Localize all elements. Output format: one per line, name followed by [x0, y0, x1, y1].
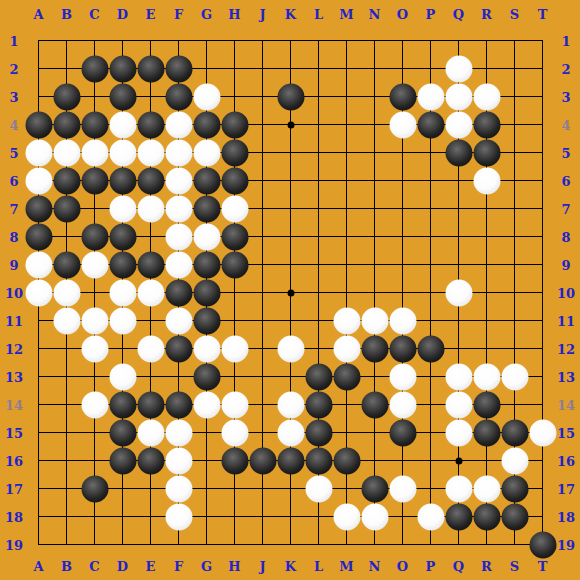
row-label-right-10: 10: [557, 285, 575, 300]
black-stone-R5[interactable]: [473, 139, 500, 166]
white-stone-K14[interactable]: [277, 391, 304, 418]
row-label-left-5: 5: [9, 145, 18, 160]
row-label-right-11: 11: [557, 313, 575, 328]
white-stone-Q15[interactable]: [445, 419, 472, 446]
black-stone-C6[interactable]: [81, 167, 108, 194]
col-label-bottom-E: E: [146, 559, 156, 574]
black-stone-L16[interactable]: [305, 447, 332, 474]
col-label-top-D: D: [117, 7, 128, 22]
black-stone-J16[interactable]: [249, 447, 276, 474]
row-label-left-7: 7: [9, 201, 18, 216]
black-stone-C2[interactable]: [81, 55, 108, 82]
black-stone-B9[interactable]: [53, 251, 80, 278]
white-stone-K15[interactable]: [277, 419, 304, 446]
row-label-left-18: 18: [5, 509, 23, 524]
col-label-top-S: S: [510, 7, 519, 22]
white-stone-G8[interactable]: [193, 223, 220, 250]
white-stone-G12[interactable]: [193, 335, 220, 362]
white-stone-E12[interactable]: [137, 335, 164, 362]
black-stone-O15[interactable]: [389, 419, 416, 446]
white-stone-H12[interactable]: [221, 335, 248, 362]
col-label-bottom-O: O: [397, 559, 408, 574]
row-label-left-12: 12: [5, 341, 23, 356]
row-label-right-17: 17: [557, 481, 575, 496]
white-stone-D7[interactable]: [109, 195, 136, 222]
white-stone-O17[interactable]: [389, 475, 416, 502]
white-stone-R6[interactable]: [473, 167, 500, 194]
white-stone-R3[interactable]: [473, 83, 500, 110]
white-stone-O11[interactable]: [389, 307, 416, 334]
white-stone-E10[interactable]: [137, 279, 164, 306]
col-label-top-E: E: [146, 7, 156, 22]
white-stone-F18[interactable]: [165, 503, 192, 530]
col-label-bottom-M: M: [339, 559, 353, 574]
black-stone-Q5[interactable]: [445, 139, 472, 166]
row-label-left-4: 4: [9, 117, 18, 132]
white-stone-N11[interactable]: [361, 307, 388, 334]
white-stone-L17[interactable]: [305, 475, 332, 502]
white-stone-C11[interactable]: [81, 307, 108, 334]
black-stone-F3[interactable]: [165, 83, 192, 110]
black-stone-H8[interactable]: [221, 223, 248, 250]
star-point-K4: [287, 121, 294, 128]
row-label-left-14: 14: [5, 397, 23, 412]
col-label-bottom-N: N: [369, 559, 381, 574]
row-label-right-1: 1: [561, 33, 570, 48]
row-label-left-10: 10: [5, 285, 23, 300]
col-label-top-J: J: [259, 7, 265, 22]
row-label-left-11: 11: [5, 313, 23, 328]
white-stone-G5[interactable]: [193, 139, 220, 166]
black-stone-C17[interactable]: [81, 475, 108, 502]
white-stone-B10[interactable]: [53, 279, 80, 306]
row-label-right-16: 16: [557, 453, 575, 468]
black-stone-D6[interactable]: [109, 167, 136, 194]
white-stone-M12[interactable]: [333, 335, 360, 362]
white-stone-E7[interactable]: [137, 195, 164, 222]
col-label-top-H: H: [228, 7, 240, 22]
black-stone-H16[interactable]: [221, 447, 248, 474]
black-stone-D3[interactable]: [109, 83, 136, 110]
row-label-right-6: 6: [561, 173, 570, 188]
black-stone-R14[interactable]: [473, 391, 500, 418]
black-stone-L15[interactable]: [305, 419, 332, 446]
row-label-right-3: 3: [561, 89, 570, 104]
black-stone-D8[interactable]: [109, 223, 136, 250]
white-stone-S16[interactable]: [501, 447, 528, 474]
black-stone-G10[interactable]: [193, 279, 220, 306]
row-label-left-9: 9: [9, 257, 18, 272]
row-label-right-8: 8: [561, 229, 570, 244]
col-label-bottom-S: S: [510, 559, 519, 574]
black-stone-H5[interactable]: [221, 139, 248, 166]
black-stone-O12[interactable]: [389, 335, 416, 362]
white-stone-C9[interactable]: [81, 251, 108, 278]
row-label-right-14: 14: [557, 397, 575, 412]
black-stone-N12[interactable]: [361, 335, 388, 362]
black-stone-N14[interactable]: [361, 391, 388, 418]
row-label-left-2: 2: [9, 61, 18, 76]
white-stone-F7[interactable]: [165, 195, 192, 222]
black-stone-K16[interactable]: [277, 447, 304, 474]
black-stone-R4[interactable]: [473, 111, 500, 138]
black-stone-E16[interactable]: [137, 447, 164, 474]
white-stone-S13[interactable]: [501, 363, 528, 390]
black-stone-T19[interactable]: [529, 531, 556, 558]
row-label-left-8: 8: [9, 229, 18, 244]
white-stone-F11[interactable]: [165, 307, 192, 334]
white-stone-H7[interactable]: [221, 195, 248, 222]
col-label-top-L: L: [314, 7, 323, 22]
black-stone-C8[interactable]: [81, 223, 108, 250]
black-stone-A7[interactable]: [25, 195, 52, 222]
black-stone-D16[interactable]: [109, 447, 136, 474]
black-stone-E2[interactable]: [137, 55, 164, 82]
col-label-bottom-G: G: [201, 559, 212, 574]
black-stone-D14[interactable]: [109, 391, 136, 418]
col-label-bottom-C: C: [89, 559, 99, 574]
black-stone-E6[interactable]: [137, 167, 164, 194]
white-stone-E5[interactable]: [137, 139, 164, 166]
white-stone-A5[interactable]: [25, 139, 52, 166]
row-label-right-4: 4: [561, 117, 570, 132]
black-stone-C4[interactable]: [81, 111, 108, 138]
row-label-right-9: 9: [561, 257, 570, 272]
col-label-top-R: R: [481, 7, 492, 22]
row-label-left-17: 17: [5, 481, 23, 496]
black-stone-S18[interactable]: [501, 503, 528, 530]
white-stone-C14[interactable]: [81, 391, 108, 418]
row-label-left-1: 1: [9, 33, 18, 48]
col-label-top-G: G: [201, 7, 212, 22]
white-stone-D4[interactable]: [109, 111, 136, 138]
black-stone-M13[interactable]: [333, 363, 360, 390]
row-label-left-16: 16: [5, 453, 23, 468]
white-stone-Q4[interactable]: [445, 111, 472, 138]
go-board[interactable]: AABBCCDDEEFFGGHHJJKKLLMMNNOOPPQQRRSSTT11…: [0, 0, 580, 580]
black-stone-G6[interactable]: [193, 167, 220, 194]
white-stone-F5[interactable]: [165, 139, 192, 166]
white-stone-G14[interactable]: [193, 391, 220, 418]
row-label-right-5: 5: [561, 145, 570, 160]
white-stone-C5[interactable]: [81, 139, 108, 166]
row-label-left-13: 13: [5, 369, 23, 384]
black-stone-M16[interactable]: [333, 447, 360, 474]
white-stone-F8[interactable]: [165, 223, 192, 250]
col-label-bottom-D: D: [117, 559, 128, 574]
row-label-left-3: 3: [9, 89, 18, 104]
white-stone-D11[interactable]: [109, 307, 136, 334]
white-stone-M18[interactable]: [333, 503, 360, 530]
white-stone-T15[interactable]: [529, 419, 556, 446]
black-stone-F12[interactable]: [165, 335, 192, 362]
col-label-top-Q: Q: [453, 7, 464, 22]
black-stone-G13[interactable]: [193, 363, 220, 390]
black-stone-A8[interactable]: [25, 223, 52, 250]
black-stone-L13[interactable]: [305, 363, 332, 390]
col-label-top-F: F: [174, 7, 183, 22]
row-label-left-15: 15: [5, 425, 23, 440]
col-label-bottom-L: L: [314, 559, 323, 574]
black-stone-E9[interactable]: [137, 251, 164, 278]
black-stone-D9[interactable]: [109, 251, 136, 278]
black-stone-F14[interactable]: [165, 391, 192, 418]
white-stone-E15[interactable]: [137, 419, 164, 446]
black-stone-G11[interactable]: [193, 307, 220, 334]
col-label-top-A: A: [33, 7, 43, 22]
black-stone-B3[interactable]: [53, 83, 80, 110]
black-stone-N17[interactable]: [361, 475, 388, 502]
col-label-top-B: B: [61, 7, 72, 22]
white-stone-M11[interactable]: [333, 307, 360, 334]
white-stone-H15[interactable]: [221, 419, 248, 446]
row-label-left-19: 19: [5, 537, 23, 552]
grid-line-vertical: [542, 40, 543, 545]
col-label-bottom-H: H: [228, 559, 240, 574]
col-label-top-O: O: [397, 7, 408, 22]
row-label-right-18: 18: [557, 509, 575, 524]
black-stone-B7[interactable]: [53, 195, 80, 222]
black-stone-S17[interactable]: [501, 475, 528, 502]
white-stone-F16[interactable]: [165, 447, 192, 474]
white-stone-Q17[interactable]: [445, 475, 472, 502]
col-label-bottom-R: R: [481, 559, 492, 574]
black-stone-E4[interactable]: [137, 111, 164, 138]
white-stone-Q2[interactable]: [445, 55, 472, 82]
white-stone-F15[interactable]: [165, 419, 192, 446]
black-stone-L14[interactable]: [305, 391, 332, 418]
black-stone-R18[interactable]: [473, 503, 500, 530]
white-stone-B5[interactable]: [53, 139, 80, 166]
white-stone-F4[interactable]: [165, 111, 192, 138]
white-stone-Q3[interactable]: [445, 83, 472, 110]
black-stone-A4[interactable]: [25, 111, 52, 138]
white-stone-B11[interactable]: [53, 307, 80, 334]
col-label-top-M: M: [339, 7, 353, 22]
black-stone-H4[interactable]: [221, 111, 248, 138]
white-stone-Q10[interactable]: [445, 279, 472, 306]
white-stone-C12[interactable]: [81, 335, 108, 362]
black-stone-G9[interactable]: [193, 251, 220, 278]
white-stone-F17[interactable]: [165, 475, 192, 502]
black-stone-G7[interactable]: [193, 195, 220, 222]
col-label-bottom-Q: Q: [453, 559, 464, 574]
col-label-top-T: T: [538, 7, 548, 22]
row-label-right-13: 13: [557, 369, 575, 384]
black-stone-R15[interactable]: [473, 419, 500, 446]
black-stone-E14[interactable]: [137, 391, 164, 418]
star-point-K10: [287, 289, 294, 296]
white-stone-H14[interactable]: [221, 391, 248, 418]
black-stone-D2[interactable]: [109, 55, 136, 82]
white-stone-F9[interactable]: [165, 251, 192, 278]
black-stone-S15[interactable]: [501, 419, 528, 446]
white-stone-A9[interactable]: [25, 251, 52, 278]
white-stone-D10[interactable]: [109, 279, 136, 306]
black-stone-F10[interactable]: [165, 279, 192, 306]
black-stone-D15[interactable]: [109, 419, 136, 446]
col-label-bottom-A: A: [33, 559, 43, 574]
black-stone-O3[interactable]: [389, 83, 416, 110]
white-stone-A10[interactable]: [25, 279, 52, 306]
white-stone-O14[interactable]: [389, 391, 416, 418]
white-stone-R13[interactable]: [473, 363, 500, 390]
col-label-bottom-J: J: [259, 559, 265, 574]
col-label-top-K: K: [285, 7, 296, 22]
black-stone-K3[interactable]: [277, 83, 304, 110]
col-label-bottom-P: P: [426, 559, 436, 574]
white-stone-P3[interactable]: [417, 83, 444, 110]
black-stone-B6[interactable]: [53, 167, 80, 194]
white-stone-D5[interactable]: [109, 139, 136, 166]
grid-line-vertical: [374, 40, 375, 545]
black-stone-B4[interactable]: [53, 111, 80, 138]
row-label-right-2: 2: [561, 61, 570, 76]
row-label-left-6: 6: [9, 173, 18, 188]
row-label-right-15: 15: [557, 425, 575, 440]
row-label-right-7: 7: [561, 201, 570, 216]
col-label-bottom-K: K: [285, 559, 296, 574]
white-stone-O4[interactable]: [389, 111, 416, 138]
black-stone-H9[interactable]: [221, 251, 248, 278]
black-stone-P4[interactable]: [417, 111, 444, 138]
row-label-right-19: 19: [557, 537, 575, 552]
white-stone-K12[interactable]: [277, 335, 304, 362]
col-label-bottom-B: B: [61, 559, 72, 574]
row-label-right-12: 12: [557, 341, 575, 356]
black-stone-G4[interactable]: [193, 111, 220, 138]
white-stone-F6[interactable]: [165, 167, 192, 194]
white-stone-Q13[interactable]: [445, 363, 472, 390]
white-stone-O13[interactable]: [389, 363, 416, 390]
black-stone-Q18[interactable]: [445, 503, 472, 530]
col-label-top-C: C: [89, 7, 99, 22]
col-label-top-P: P: [426, 7, 436, 22]
white-stone-P18[interactable]: [417, 503, 444, 530]
black-stone-P12[interactable]: [417, 335, 444, 362]
white-stone-G3[interactable]: [193, 83, 220, 110]
white-stone-A6[interactable]: [25, 167, 52, 194]
white-stone-Q14[interactable]: [445, 391, 472, 418]
black-stone-H6[interactable]: [221, 167, 248, 194]
white-stone-N18[interactable]: [361, 503, 388, 530]
white-stone-D13[interactable]: [109, 363, 136, 390]
col-label-top-N: N: [369, 7, 381, 22]
col-label-bottom-T: T: [538, 559, 548, 574]
col-label-bottom-F: F: [174, 559, 183, 574]
black-stone-F2[interactable]: [165, 55, 192, 82]
star-point-Q16: [455, 457, 462, 464]
white-stone-R17[interactable]: [473, 475, 500, 502]
